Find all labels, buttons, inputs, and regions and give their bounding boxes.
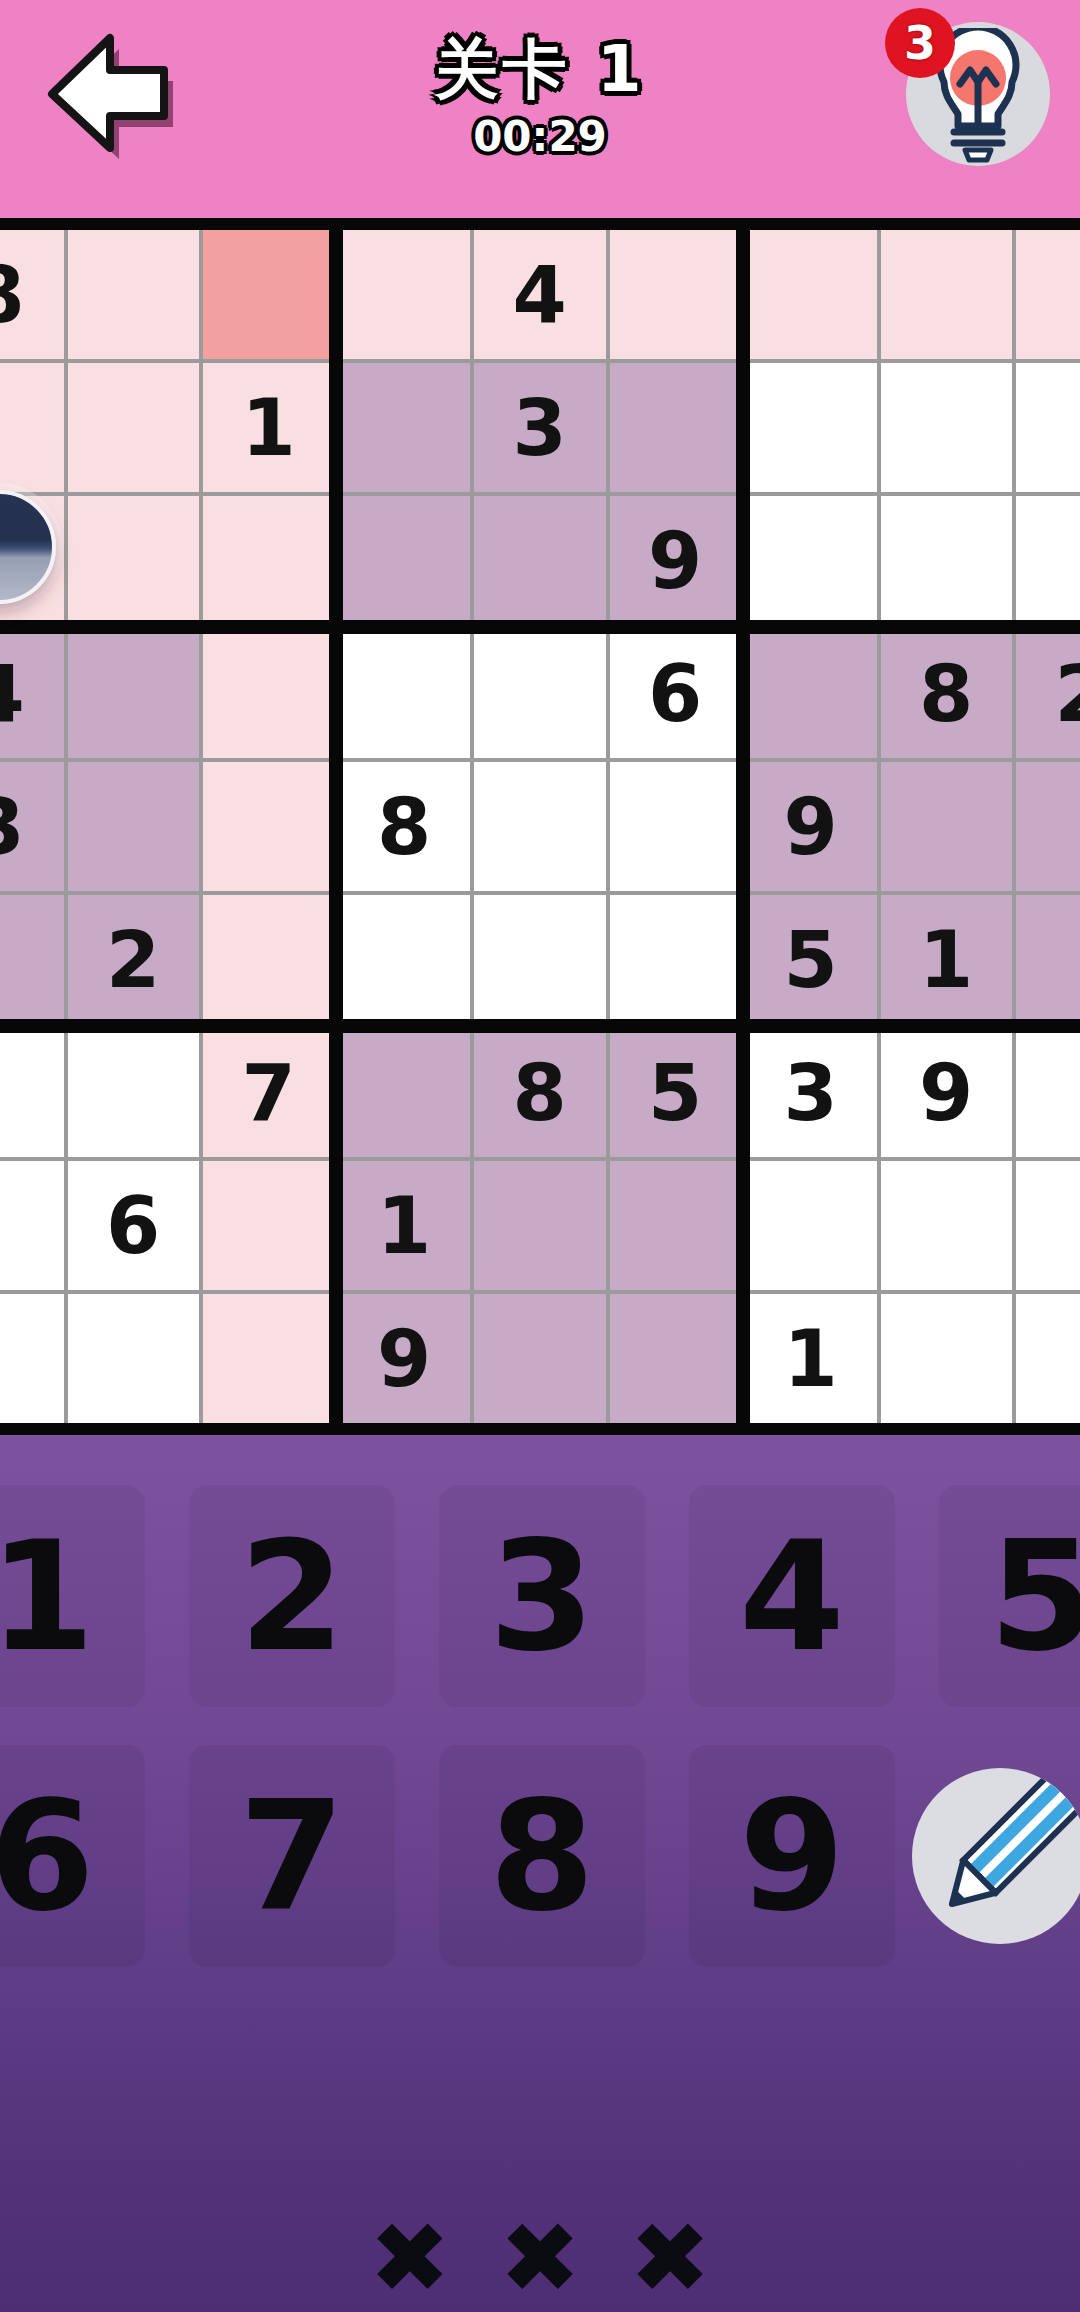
cell-r4c4[interactable] (339, 629, 471, 758)
cell-r9c4[interactable]: 9 (339, 1294, 471, 1423)
cell-r3c3[interactable] (203, 496, 335, 625)
cell-r8c5[interactable] (474, 1161, 606, 1290)
cell-r5c6[interactable] (610, 762, 742, 891)
cell-r9c5[interactable] (474, 1294, 606, 1423)
cell-r4c5[interactable] (474, 629, 606, 758)
cell-r3c9[interactable] (1016, 496, 1080, 625)
mistake-x-icon: ✖ (499, 2201, 581, 2312)
cell-r1c4[interactable] (339, 230, 471, 359)
cell-r5c2[interactable] (68, 762, 200, 891)
box-border-horizontal-1 (0, 620, 1080, 634)
sudoku-app-screen: 关卡 1 00:29 3 841394682389251785396191 (0, 0, 1080, 2312)
cell-r4c3[interactable] (203, 629, 335, 758)
cell-r1c3[interactable] (203, 230, 335, 359)
cell-r3c8[interactable] (881, 496, 1013, 625)
cell-r9c8[interactable] (881, 1294, 1013, 1423)
cell-r8c2[interactable]: 6 (68, 1161, 200, 1290)
cell-r8c8[interactable] (881, 1161, 1013, 1290)
cell-r4c1[interactable]: 4 (0, 629, 64, 758)
cell-r9c6[interactable] (610, 1294, 742, 1423)
numpad-button-4[interactable]: 4 (689, 1485, 895, 1707)
cell-r1c6[interactable] (610, 230, 742, 359)
cell-r7c6[interactable]: 5 (610, 1028, 742, 1157)
box-border-vertical-2 (736, 218, 750, 1435)
cell-r1c5[interactable]: 4 (474, 230, 606, 359)
cell-r4c8[interactable]: 8 (881, 629, 1013, 758)
board-border-top (0, 218, 1080, 230)
numpad-button-9[interactable]: 9 (689, 1745, 895, 1967)
cell-r4c6[interactable]: 6 (610, 629, 742, 758)
cell-r5c9[interactable] (1016, 762, 1080, 891)
mistakes-indicator: ✖✖✖ (0, 2203, 1080, 2312)
cell-r5c8[interactable] (881, 762, 1013, 891)
cell-r3c4[interactable] (339, 496, 471, 625)
cell-r3c7[interactable] (745, 496, 877, 625)
cell-r7c1[interactable] (0, 1028, 64, 1157)
board-grid: 841394682389251785396191 (0, 230, 1080, 1423)
cell-r9c2[interactable] (68, 1294, 200, 1423)
cell-r7c5[interactable]: 8 (474, 1028, 606, 1157)
cell-r5c5[interactable] (474, 762, 606, 891)
cell-r7c7[interactable]: 3 (745, 1028, 877, 1157)
cell-r2c7[interactable] (745, 363, 877, 492)
cell-r8c1[interactable] (0, 1161, 64, 1290)
cell-r3c6[interactable]: 9 (610, 496, 742, 625)
cell-r9c9[interactable] (1016, 1294, 1080, 1423)
cell-r5c7[interactable]: 9 (745, 762, 877, 891)
hint-count-badge: 3 (885, 8, 955, 78)
cell-r4c7[interactable] (745, 629, 877, 758)
numpad-button-8[interactable]: 8 (439, 1745, 645, 1967)
numpad-button-5[interactable]: 5 (939, 1485, 1080, 1707)
mistake-x-icon: ✖ (369, 2201, 451, 2312)
cell-r1c9[interactable] (1016, 230, 1080, 359)
cell-r8c7[interactable] (745, 1161, 877, 1290)
cell-r5c3[interactable] (203, 762, 335, 891)
cell-r7c8[interactable]: 9 (881, 1028, 1013, 1157)
cell-r7c9[interactable] (1016, 1028, 1080, 1157)
cell-r1c2[interactable] (68, 230, 200, 359)
cell-r2c4[interactable] (339, 363, 471, 492)
cell-r7c3[interactable]: 7 (203, 1028, 335, 1157)
numpad-button-3[interactable]: 3 (439, 1485, 645, 1707)
cell-r2c1[interactable] (0, 363, 64, 492)
cell-r3c2[interactable] (68, 496, 200, 625)
cell-r6c5[interactable] (474, 895, 606, 1024)
cell-r6c8[interactable]: 1 (881, 895, 1013, 1024)
cell-r3c5[interactable] (474, 496, 606, 625)
cell-r8c4[interactable]: 1 (339, 1161, 471, 1290)
cell-r2c3[interactable]: 1 (203, 363, 335, 492)
cell-r9c1[interactable] (0, 1294, 64, 1423)
cell-r7c2[interactable] (68, 1028, 200, 1157)
cell-r2c6[interactable] (610, 363, 742, 492)
number-pad: ✖✖✖ 123456789 (0, 1435, 1080, 2312)
header-bar: 关卡 1 00:29 3 (0, 0, 1080, 218)
cell-r6c3[interactable] (203, 895, 335, 1024)
pencil-icon (912, 1768, 1080, 1944)
cell-r6c4[interactable] (339, 895, 471, 1024)
cell-r8c6[interactable] (610, 1161, 742, 1290)
cell-r6c2[interactable]: 2 (68, 895, 200, 1024)
cell-r2c2[interactable] (68, 363, 200, 492)
cell-r7c4[interactable] (339, 1028, 471, 1157)
cell-r9c3[interactable] (203, 1294, 335, 1423)
cell-r1c8[interactable] (881, 230, 1013, 359)
box-border-vertical-1 (329, 218, 343, 1435)
numpad-button-6[interactable]: 6 (0, 1745, 145, 1967)
mistake-x-icon: ✖ (629, 2201, 711, 2312)
cell-r6c6[interactable] (610, 895, 742, 1024)
board-border-bottom (0, 1423, 1080, 1435)
cell-r2c5[interactable]: 3 (474, 363, 606, 492)
numpad-button-2[interactable]: 2 (189, 1485, 395, 1707)
cell-r4c9[interactable]: 2 (1016, 629, 1080, 758)
numpad-button-7[interactable]: 7 (189, 1745, 395, 1967)
cell-r4c2[interactable] (68, 629, 200, 758)
cell-r6c7[interactable]: 5 (745, 895, 877, 1024)
cell-r5c4[interactable]: 8 (339, 762, 471, 891)
cell-r8c3[interactable] (203, 1161, 335, 1290)
cell-r5c1[interactable]: 3 (0, 762, 64, 891)
cell-r1c1[interactable]: 8 (0, 230, 64, 359)
box-border-horizontal-2 (0, 1019, 1080, 1033)
cell-r1c7[interactable] (745, 230, 877, 359)
cell-r6c1[interactable] (0, 895, 64, 1024)
cell-r2c8[interactable] (881, 363, 1013, 492)
pencil-mode-button[interactable] (912, 1768, 1080, 1944)
cell-r8c9[interactable] (1016, 1161, 1080, 1290)
cell-r2c9[interactable] (1016, 363, 1080, 492)
cell-r9c7[interactable]: 1 (745, 1294, 877, 1423)
cell-r6c9[interactable] (1016, 895, 1080, 1024)
sudoku-board: 841394682389251785396191 (0, 218, 1080, 1435)
numpad-button-1[interactable]: 1 (0, 1485, 145, 1707)
